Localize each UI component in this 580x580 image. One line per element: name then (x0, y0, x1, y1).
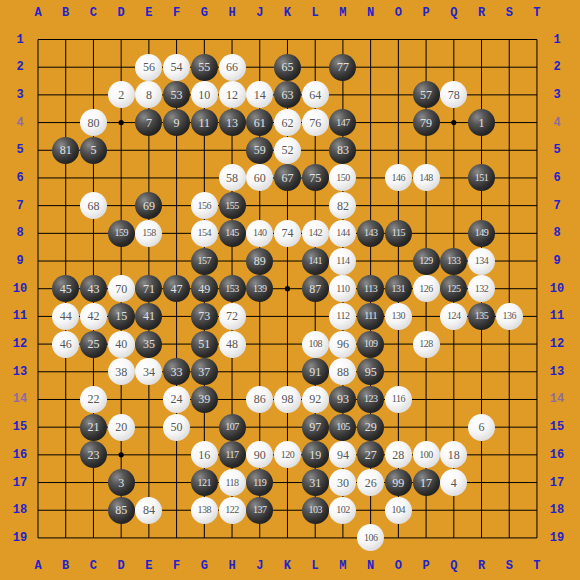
black-stone-C16: 23 (80, 441, 107, 468)
black-stone-F10: 47 (163, 275, 190, 302)
move-number: 13 (226, 117, 238, 129)
move-number: 35 (143, 338, 155, 350)
move-number: 24 (171, 393, 183, 405)
black-stone-M4: 147 (329, 109, 356, 136)
white-stone-H2: 66 (219, 54, 246, 81)
white-stone-O16: 28 (385, 441, 412, 468)
move-number: 60 (254, 172, 266, 184)
move-number: 117 (225, 450, 238, 460)
black-stone-H15: 107 (219, 414, 246, 441)
move-number: 74 (281, 227, 293, 239)
move-number: 3 (118, 477, 124, 489)
move-number: 15 (115, 310, 127, 322)
white-stone-F2: 54 (163, 54, 190, 81)
move-number: 157 (198, 256, 212, 266)
move-number: 102 (336, 505, 350, 515)
black-stone-P4: 79 (413, 109, 440, 136)
move-number: 28 (392, 449, 404, 461)
move-number: 133 (447, 256, 461, 266)
white-stone-L12: 108 (302, 331, 329, 358)
move-number: 146 (392, 173, 406, 183)
white-stone-O11: 130 (385, 303, 412, 330)
move-number: 145 (225, 228, 239, 238)
move-number: 114 (336, 256, 349, 266)
move-number: 84 (143, 504, 155, 516)
move-number: 159 (114, 228, 128, 238)
white-stone-D15: 20 (108, 414, 135, 441)
white-stone-M17: 30 (329, 469, 356, 496)
move-number: 64 (309, 89, 321, 101)
black-stone-P3: 57 (413, 81, 440, 108)
black-stone-R6: 151 (468, 164, 495, 191)
white-stone-Q11: 124 (440, 303, 467, 330)
stones-layer: 1234567891011121314151617181920212223242… (0, 0, 580, 580)
move-number: 46 (60, 338, 72, 350)
black-stone-K6: 67 (274, 164, 301, 191)
move-number: 20 (115, 421, 127, 433)
move-number: 156 (198, 201, 212, 211)
black-stone-B5: 81 (52, 137, 79, 164)
black-stone-H10: 153 (219, 275, 246, 302)
go-board-screen: AABBCCDDEEFFGGHHJJKKLLMMNNOOPPQQRRSSTT11… (0, 0, 580, 580)
white-stone-O18: 104 (385, 497, 412, 524)
move-number: 155 (225, 201, 239, 211)
black-stone-R4: 1 (468, 109, 495, 136)
white-stone-D10: 70 (108, 275, 135, 302)
move-number: 81 (60, 144, 72, 156)
move-number: 77 (337, 61, 349, 73)
move-number: 87 (309, 283, 321, 295)
move-number: 103 (308, 505, 322, 515)
move-number: 57 (420, 89, 432, 101)
move-number: 144 (336, 228, 350, 238)
black-stone-L16: 19 (302, 441, 329, 468)
black-stone-J5: 59 (246, 137, 273, 164)
black-stone-O8: 115 (385, 220, 412, 247)
move-number: 16 (198, 449, 210, 461)
move-number: 7 (146, 117, 152, 129)
black-stone-C15: 21 (80, 414, 107, 441)
move-number: 11 (199, 117, 211, 129)
black-stone-L15: 97 (302, 414, 329, 441)
black-stone-G4: 11 (191, 109, 218, 136)
move-number: 95 (365, 366, 377, 378)
white-stone-K4: 62 (274, 109, 301, 136)
move-number: 43 (87, 283, 99, 295)
black-stone-G14: 39 (191, 386, 218, 413)
black-stone-G9: 157 (191, 248, 218, 275)
white-stone-G3: 10 (191, 81, 218, 108)
black-stone-K2: 65 (274, 54, 301, 81)
white-stone-K14: 98 (274, 386, 301, 413)
black-stone-F3: 53 (163, 81, 190, 108)
white-stone-M9: 114 (329, 248, 356, 275)
move-number: 150 (336, 173, 350, 183)
move-number: 119 (253, 478, 266, 488)
move-number: 53 (171, 89, 183, 101)
move-number: 98 (281, 393, 293, 405)
move-number: 129 (419, 256, 433, 266)
black-stone-F13: 33 (163, 358, 190, 385)
move-number: 19 (309, 449, 321, 461)
white-stone-B12: 46 (52, 331, 79, 358)
move-number: 1 (479, 117, 485, 129)
black-stone-J9: 89 (246, 248, 273, 275)
white-stone-N17: 26 (357, 469, 384, 496)
move-number: 29 (365, 421, 377, 433)
move-number: 111 (364, 311, 377, 321)
white-stone-R10: 132 (468, 275, 495, 302)
move-number: 124 (447, 311, 461, 321)
move-number: 37 (198, 366, 210, 378)
black-stone-H8: 145 (219, 220, 246, 247)
move-number: 123 (364, 394, 378, 404)
move-number: 120 (281, 450, 295, 460)
move-number: 80 (87, 117, 99, 129)
black-stone-L10: 87 (302, 275, 329, 302)
white-stone-N19: 106 (357, 524, 384, 551)
white-stone-G18: 138 (191, 497, 218, 524)
black-stone-N12: 109 (357, 331, 384, 358)
black-stone-H4: 13 (219, 109, 246, 136)
black-stone-L6: 75 (302, 164, 329, 191)
move-number: 68 (87, 200, 99, 212)
white-stone-L3: 64 (302, 81, 329, 108)
black-stone-J10: 139 (246, 275, 273, 302)
white-stone-C14: 22 (80, 386, 107, 413)
move-number: 48 (226, 338, 238, 350)
move-number: 90 (254, 449, 266, 461)
black-stone-M15: 105 (329, 414, 356, 441)
white-stone-M16: 94 (329, 441, 356, 468)
move-number: 104 (392, 505, 406, 515)
black-stone-G12: 51 (191, 331, 218, 358)
move-number: 17 (420, 477, 432, 489)
move-number: 33 (171, 366, 183, 378)
white-stone-C7: 68 (80, 192, 107, 219)
black-stone-E10: 71 (135, 275, 162, 302)
move-number: 42 (87, 310, 99, 322)
move-number: 34 (143, 366, 155, 378)
move-number: 14 (254, 89, 266, 101)
black-stone-N16: 27 (357, 441, 384, 468)
white-stone-J8: 140 (246, 220, 273, 247)
black-stone-Q10: 125 (440, 275, 467, 302)
white-stone-R9: 134 (468, 248, 495, 275)
move-number: 85 (115, 504, 127, 516)
move-number: 21 (87, 421, 99, 433)
black-stone-J4: 61 (246, 109, 273, 136)
move-number: 94 (337, 449, 349, 461)
move-number: 59 (254, 144, 266, 156)
move-number: 73 (198, 310, 210, 322)
black-stone-D8: 159 (108, 220, 135, 247)
move-number: 125 (447, 284, 461, 294)
white-stone-D12: 40 (108, 331, 135, 358)
white-stone-H12: 48 (219, 331, 246, 358)
black-stone-P17: 17 (413, 469, 440, 496)
white-stone-J14: 86 (246, 386, 273, 413)
move-number: 141 (308, 256, 322, 266)
black-stone-N8: 143 (357, 220, 384, 247)
move-number: 142 (308, 228, 322, 238)
white-stone-H11: 72 (219, 303, 246, 330)
black-stone-G2: 55 (191, 54, 218, 81)
black-stone-M5: 83 (329, 137, 356, 164)
move-number: 92 (309, 393, 321, 405)
move-number: 65 (281, 61, 293, 73)
white-stone-M13: 88 (329, 358, 356, 385)
move-number: 54 (171, 61, 183, 73)
black-stone-K3: 63 (274, 81, 301, 108)
move-number: 96 (337, 338, 349, 350)
black-stone-C12: 25 (80, 331, 107, 358)
white-stone-G8: 154 (191, 220, 218, 247)
black-stone-R11: 135 (468, 303, 495, 330)
white-stone-M6: 150 (329, 164, 356, 191)
move-number: 70 (115, 283, 127, 295)
white-stone-E18: 84 (135, 497, 162, 524)
move-number: 76 (309, 117, 321, 129)
white-stone-O14: 116 (385, 386, 412, 413)
move-number: 55 (198, 61, 210, 73)
white-stone-J3: 14 (246, 81, 273, 108)
white-stone-J6: 60 (246, 164, 273, 191)
black-stone-G10: 49 (191, 275, 218, 302)
black-stone-J18: 137 (246, 497, 273, 524)
white-stone-F14: 24 (163, 386, 190, 413)
move-number: 151 (475, 173, 489, 183)
black-stone-D17: 3 (108, 469, 135, 496)
white-stone-H3: 12 (219, 81, 246, 108)
move-number: 110 (336, 284, 349, 294)
move-number: 39 (198, 393, 210, 405)
move-number: 79 (420, 117, 432, 129)
white-stone-G16: 16 (191, 441, 218, 468)
move-number: 86 (254, 393, 266, 405)
white-stone-C4: 80 (80, 109, 107, 136)
move-number: 12 (226, 89, 238, 101)
white-stone-K16: 120 (274, 441, 301, 468)
white-stone-S11: 136 (496, 303, 523, 330)
black-stone-O17: 99 (385, 469, 412, 496)
white-stone-P10: 126 (413, 275, 440, 302)
black-stone-E11: 41 (135, 303, 162, 330)
white-stone-G7: 156 (191, 192, 218, 219)
white-stone-R15: 6 (468, 414, 495, 441)
black-stone-G11: 73 (191, 303, 218, 330)
white-stone-E3: 8 (135, 81, 162, 108)
white-stone-E8: 158 (135, 220, 162, 247)
black-stone-N10: 113 (357, 275, 384, 302)
move-number: 5 (90, 144, 96, 156)
black-stone-J17: 119 (246, 469, 273, 496)
black-stone-N13: 95 (357, 358, 384, 385)
move-number: 25 (87, 338, 99, 350)
move-number: 9 (174, 117, 180, 129)
move-number: 8 (146, 89, 152, 101)
black-stone-G13: 37 (191, 358, 218, 385)
white-stone-H18: 122 (219, 497, 246, 524)
move-number: 108 (308, 339, 322, 349)
black-stone-E7: 69 (135, 192, 162, 219)
black-stone-L17: 31 (302, 469, 329, 496)
black-stone-M14: 93 (329, 386, 356, 413)
black-stone-B10: 45 (52, 275, 79, 302)
move-number: 143 (364, 228, 378, 238)
move-number: 137 (253, 505, 267, 515)
black-stone-L9: 141 (302, 248, 329, 275)
move-number: 112 (336, 311, 349, 321)
black-stone-R8: 149 (468, 220, 495, 247)
white-stone-D13: 38 (108, 358, 135, 385)
move-number: 107 (225, 422, 239, 432)
white-stone-L4: 76 (302, 109, 329, 136)
move-number: 2 (118, 89, 124, 101)
move-number: 109 (364, 339, 378, 349)
white-stone-M10: 110 (329, 275, 356, 302)
move-number: 121 (198, 478, 212, 488)
move-number: 99 (392, 477, 404, 489)
move-number: 71 (143, 283, 155, 295)
white-stone-K5: 52 (274, 137, 301, 164)
move-number: 158 (142, 228, 156, 238)
move-number: 22 (87, 393, 99, 405)
move-number: 135 (475, 311, 489, 321)
white-stone-Q16: 18 (440, 441, 467, 468)
white-stone-M7: 82 (329, 192, 356, 219)
move-number: 40 (115, 338, 127, 350)
move-number: 128 (419, 339, 433, 349)
move-number: 31 (309, 477, 321, 489)
white-stone-O6: 146 (385, 164, 412, 191)
black-stone-L13: 91 (302, 358, 329, 385)
move-number: 26 (365, 477, 377, 489)
black-stone-N11: 111 (357, 303, 384, 330)
white-stone-P6: 148 (413, 164, 440, 191)
move-number: 18 (448, 449, 460, 461)
move-number: 10 (198, 89, 210, 101)
move-number: 38 (115, 366, 127, 378)
move-number: 4 (451, 477, 457, 489)
move-number: 91 (309, 366, 321, 378)
white-stone-L14: 92 (302, 386, 329, 413)
black-stone-P9: 129 (413, 248, 440, 275)
black-stone-F4: 9 (163, 109, 190, 136)
move-number: 51 (198, 338, 210, 350)
white-stone-L8: 142 (302, 220, 329, 247)
black-stone-E4: 7 (135, 109, 162, 136)
go-board[interactable]: AABBCCDDEEFFGGHHJJKKLLMMNNOOPPQQRRSSTT11… (0, 0, 580, 580)
move-number: 83 (337, 144, 349, 156)
move-number: 118 (225, 478, 238, 488)
move-number: 154 (198, 228, 212, 238)
black-stone-H16: 117 (219, 441, 246, 468)
white-stone-P12: 128 (413, 331, 440, 358)
move-number: 88 (337, 366, 349, 378)
move-number: 93 (337, 393, 349, 405)
white-stone-E13: 34 (135, 358, 162, 385)
move-number: 149 (475, 228, 489, 238)
move-number: 140 (253, 228, 267, 238)
black-stone-M2: 77 (329, 54, 356, 81)
white-stone-M18: 102 (329, 497, 356, 524)
black-stone-O10: 131 (385, 275, 412, 302)
white-stone-P16: 100 (413, 441, 440, 468)
move-number: 116 (392, 394, 405, 404)
move-number: 23 (87, 449, 99, 461)
move-number: 63 (281, 89, 293, 101)
white-stone-K8: 74 (274, 220, 301, 247)
move-number: 153 (225, 284, 239, 294)
black-stone-Q9: 133 (440, 248, 467, 275)
move-number: 132 (475, 284, 489, 294)
white-stone-H6: 58 (219, 164, 246, 191)
move-number: 52 (281, 144, 293, 156)
move-number: 130 (392, 311, 406, 321)
black-stone-D18: 85 (108, 497, 135, 524)
black-stone-E12: 35 (135, 331, 162, 358)
move-number: 89 (254, 255, 266, 267)
move-number: 75 (309, 172, 321, 184)
black-stone-D11: 15 (108, 303, 135, 330)
black-stone-N14: 123 (357, 386, 384, 413)
move-number: 72 (226, 310, 238, 322)
move-number: 41 (143, 310, 155, 322)
white-stone-Q3: 78 (440, 81, 467, 108)
move-number: 47 (171, 283, 183, 295)
white-stone-B11: 44 (52, 303, 79, 330)
white-stone-M11: 112 (329, 303, 356, 330)
move-number: 61 (254, 117, 266, 129)
white-stone-M12: 96 (329, 331, 356, 358)
move-number: 62 (281, 117, 293, 129)
black-stone-G17: 121 (191, 469, 218, 496)
white-stone-C11: 42 (80, 303, 107, 330)
move-number: 122 (225, 505, 239, 515)
move-number: 100 (419, 450, 433, 460)
black-stone-L18: 103 (302, 497, 329, 524)
move-number: 115 (392, 228, 405, 238)
move-number: 50 (171, 421, 183, 433)
move-number: 69 (143, 200, 155, 212)
black-stone-C10: 43 (80, 275, 107, 302)
move-number: 138 (198, 505, 212, 515)
move-number: 56 (143, 61, 155, 73)
move-number: 6 (479, 421, 485, 433)
white-stone-H17: 118 (219, 469, 246, 496)
move-number: 136 (502, 311, 516, 321)
move-number: 49 (198, 283, 210, 295)
move-number: 113 (364, 284, 377, 294)
move-number: 147 (336, 118, 350, 128)
black-stone-N15: 29 (357, 414, 384, 441)
move-number: 66 (226, 61, 238, 73)
white-stone-E2: 56 (135, 54, 162, 81)
move-number: 44 (60, 310, 72, 322)
move-number: 58 (226, 172, 238, 184)
white-stone-J16: 90 (246, 441, 273, 468)
move-number: 131 (392, 284, 406, 294)
move-number: 45 (60, 283, 72, 295)
move-number: 126 (419, 284, 433, 294)
move-number: 105 (336, 422, 350, 432)
move-number: 30 (337, 477, 349, 489)
move-number: 139 (253, 284, 267, 294)
move-number: 67 (281, 172, 293, 184)
move-number: 106 (364, 533, 378, 543)
black-stone-C5: 5 (80, 137, 107, 164)
